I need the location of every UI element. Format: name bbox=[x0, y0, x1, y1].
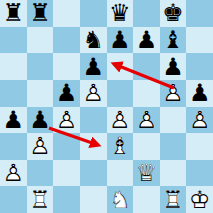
piece-white-pawn[interactable]: ♟♙ bbox=[133, 107, 160, 134]
piece-black-king[interactable]: ♚ bbox=[160, 0, 187, 27]
square-d8[interactable] bbox=[80, 0, 107, 27]
black-piece-glyph: ♝ bbox=[160, 26, 187, 53]
white-piece-outline: ♕ bbox=[133, 159, 160, 186]
piece-black-pawn[interactable]: ♟ bbox=[186, 80, 213, 107]
square-f3[interactable] bbox=[133, 133, 160, 160]
piece-black-pawn[interactable]: ♟ bbox=[160, 53, 187, 80]
black-piece-glyph: ♞ bbox=[80, 26, 107, 53]
piece-white-pawn[interactable]: ♟♙ bbox=[27, 133, 54, 160]
square-b5[interactable] bbox=[27, 80, 54, 107]
piece-black-pawn[interactable]: ♟ bbox=[133, 27, 160, 54]
square-c5[interactable]: ♟ bbox=[53, 80, 80, 107]
piece-white-pawn[interactable]: ♟♙ bbox=[53, 107, 80, 134]
square-e6[interactable] bbox=[107, 53, 134, 80]
piece-white-queen[interactable]: ♛♕ bbox=[133, 160, 160, 187]
black-piece-glyph: ♛ bbox=[107, 0, 134, 26]
square-c2[interactable] bbox=[53, 160, 80, 187]
white-piece-outline: ♖ bbox=[27, 186, 54, 213]
square-h1[interactable]: ♚♔ bbox=[186, 186, 213, 213]
square-c8[interactable] bbox=[53, 0, 80, 27]
square-g3[interactable] bbox=[160, 133, 187, 160]
white-piece-outline: ♙ bbox=[53, 106, 80, 133]
square-d5[interactable]: ♟♙ bbox=[80, 80, 107, 107]
square-d6[interactable]: ♟ bbox=[80, 53, 107, 80]
square-h7[interactable] bbox=[186, 27, 213, 54]
piece-white-pawn[interactable]: ♟♙ bbox=[186, 107, 213, 134]
square-e1[interactable]: ♞♘ bbox=[107, 186, 134, 213]
square-c1[interactable] bbox=[53, 186, 80, 213]
piece-white-rook[interactable]: ♜♖ bbox=[27, 186, 54, 213]
piece-black-pawn[interactable]: ♟ bbox=[107, 27, 134, 54]
piece-white-pawn[interactable]: ♟♙ bbox=[0, 160, 27, 187]
black-piece-glyph: ♟ bbox=[133, 26, 160, 53]
square-a7[interactable] bbox=[0, 27, 27, 54]
black-piece-glyph: ♟ bbox=[80, 53, 107, 80]
piece-black-pawn[interactable]: ♟ bbox=[53, 80, 80, 107]
square-a6[interactable] bbox=[0, 53, 27, 80]
piece-black-pawn[interactable]: ♟ bbox=[27, 107, 54, 134]
square-d7[interactable]: ♞ bbox=[80, 27, 107, 54]
white-piece-outline: ♖ bbox=[160, 186, 187, 213]
square-a3[interactable] bbox=[0, 133, 27, 160]
square-f8[interactable] bbox=[133, 0, 160, 27]
piece-black-queen[interactable]: ♛ bbox=[107, 0, 134, 27]
square-g6[interactable]: ♟ bbox=[160, 53, 187, 80]
square-a4[interactable]: ♟ bbox=[0, 107, 27, 134]
square-e7[interactable]: ♟ bbox=[107, 27, 134, 54]
square-b4[interactable]: ♟ bbox=[27, 107, 54, 134]
chess-board: ♜♜♛♚♞♟♟♝♟♟♟♟♙♟♙♟♟♟♟♙♟♙♟♙♟♙♟♙♝♗♟♙♛♕♜♖♞♘♜♖… bbox=[0, 0, 213, 213]
black-piece-glyph: ♟ bbox=[27, 106, 54, 133]
square-a1[interactable] bbox=[0, 186, 27, 213]
white-piece-outline: ♗ bbox=[107, 133, 134, 160]
piece-black-pawn[interactable]: ♟ bbox=[80, 53, 107, 80]
square-e5[interactable] bbox=[107, 80, 134, 107]
square-a8[interactable]: ♜ bbox=[0, 0, 27, 27]
black-piece-glyph: ♚ bbox=[160, 0, 187, 26]
chess-board-screenshot: ♜♜♛♚♞♟♟♝♟♟♟♟♙♟♙♟♟♟♟♙♟♙♟♙♟♙♟♙♝♗♟♙♛♕♜♖♞♘♜♖… bbox=[0, 0, 213, 213]
square-f1[interactable] bbox=[133, 186, 160, 213]
square-h4[interactable]: ♟♙ bbox=[186, 107, 213, 134]
square-e8[interactable]: ♛ bbox=[107, 0, 134, 27]
piece-black-pawn[interactable]: ♟ bbox=[0, 107, 27, 134]
square-e3[interactable]: ♝♗ bbox=[107, 133, 134, 160]
square-b1[interactable]: ♜♖ bbox=[27, 186, 54, 213]
piece-black-knight[interactable]: ♞ bbox=[80, 27, 107, 54]
white-piece-outline: ♙ bbox=[133, 106, 160, 133]
square-d2[interactable] bbox=[80, 160, 107, 187]
square-h8[interactable] bbox=[186, 0, 213, 27]
square-b6[interactable] bbox=[27, 53, 54, 80]
square-g2[interactable] bbox=[160, 160, 187, 187]
square-a2[interactable]: ♟♙ bbox=[0, 160, 27, 187]
piece-black-rook[interactable]: ♜ bbox=[0, 0, 27, 27]
black-piece-glyph: ♟ bbox=[0, 106, 27, 133]
square-b3[interactable]: ♟♙ bbox=[27, 133, 54, 160]
square-h3[interactable] bbox=[186, 133, 213, 160]
square-c7[interactable] bbox=[53, 27, 80, 54]
black-piece-glyph: ♟ bbox=[160, 53, 187, 80]
square-g1[interactable]: ♜♖ bbox=[160, 186, 187, 213]
square-g8[interactable]: ♚ bbox=[160, 0, 187, 27]
square-h2[interactable] bbox=[186, 160, 213, 187]
square-b8[interactable]: ♜ bbox=[27, 0, 54, 27]
black-piece-glyph: ♟ bbox=[53, 79, 80, 106]
square-c4[interactable]: ♟♙ bbox=[53, 107, 80, 134]
piece-white-rook[interactable]: ♜♖ bbox=[160, 186, 187, 213]
square-f5[interactable] bbox=[133, 80, 160, 107]
square-d3[interactable] bbox=[80, 133, 107, 160]
white-piece-outline: ♙ bbox=[0, 159, 27, 186]
square-d4[interactable] bbox=[80, 107, 107, 134]
piece-white-bishop[interactable]: ♝♗ bbox=[107, 133, 134, 160]
white-piece-outline: ♙ bbox=[160, 79, 187, 106]
white-piece-outline: ♔ bbox=[186, 186, 213, 213]
square-a5[interactable] bbox=[0, 80, 27, 107]
square-h5[interactable]: ♟ bbox=[186, 80, 213, 107]
piece-white-king[interactable]: ♚♔ bbox=[186, 186, 213, 213]
square-f4[interactable]: ♟♙ bbox=[133, 107, 160, 134]
white-piece-outline: ♙ bbox=[27, 133, 54, 160]
square-f6[interactable] bbox=[133, 53, 160, 80]
square-f2[interactable]: ♛♕ bbox=[133, 160, 160, 187]
white-piece-outline: ♙ bbox=[186, 106, 213, 133]
piece-white-pawn[interactable]: ♟♙ bbox=[107, 107, 134, 134]
piece-black-rook[interactable]: ♜ bbox=[27, 0, 54, 27]
piece-white-knight[interactable]: ♞♘ bbox=[107, 186, 134, 213]
piece-white-pawn[interactable]: ♟♙ bbox=[80, 80, 107, 107]
square-g7[interactable]: ♝ bbox=[160, 27, 187, 54]
square-c6[interactable] bbox=[53, 53, 80, 80]
square-e4[interactable]: ♟♙ bbox=[107, 107, 134, 134]
piece-white-pawn[interactable]: ♟♙ bbox=[160, 80, 187, 107]
white-piece-outline: ♙ bbox=[80, 79, 107, 106]
square-f7[interactable]: ♟ bbox=[133, 27, 160, 54]
white-piece-outline: ♙ bbox=[107, 106, 134, 133]
piece-black-bishop[interactable]: ♝ bbox=[160, 27, 187, 54]
black-piece-glyph: ♟ bbox=[107, 26, 134, 53]
square-d1[interactable] bbox=[80, 186, 107, 213]
square-b7[interactable] bbox=[27, 27, 54, 54]
square-c3[interactable] bbox=[53, 133, 80, 160]
black-piece-glyph: ♜ bbox=[27, 0, 54, 26]
square-g5[interactable]: ♟♙ bbox=[160, 80, 187, 107]
square-h6[interactable] bbox=[186, 53, 213, 80]
black-piece-glyph: ♜ bbox=[0, 0, 27, 26]
square-g4[interactable] bbox=[160, 107, 187, 134]
black-piece-glyph: ♟ bbox=[186, 79, 213, 106]
square-e2[interactable] bbox=[107, 160, 134, 187]
square-b2[interactable] bbox=[27, 160, 54, 187]
white-piece-outline: ♘ bbox=[107, 186, 134, 213]
